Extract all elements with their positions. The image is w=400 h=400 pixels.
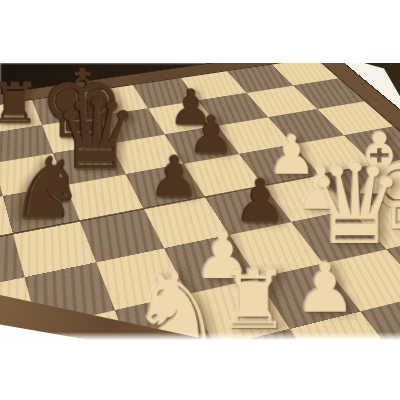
maple-pawn-e2: ♟ <box>295 257 357 320</box>
walnut-pawn-d5: ♟ <box>149 151 200 203</box>
photo-bottom-fade <box>0 332 400 341</box>
maple-rook-d2: ♜ <box>217 264 289 338</box>
chess-set-photo: ♜♚♟♛♟♝♞♟♟♟♟♝♟♛♚♞♜♟ <box>0 0 400 400</box>
chessboard: ♜♚♟♛♟♝♞♟♟♟♟♝♟♛♚♞♜♟ <box>0 63 400 341</box>
square-a5: ♝ <box>0 196 13 247</box>
walnut-rook-b8: ♜ <box>0 78 39 129</box>
photo-area: ♜♚♟♛♟♝♞♟♟♟♟♝♟♛♚♞♜♟ <box>0 63 400 341</box>
square-b8: ♜ <box>0 100 42 134</box>
maple-queen-f3: ♛ <box>305 154 400 256</box>
perspective-scene: ♜♚♟♛♟♝♞♟♟♟♟♝♟♛♚♞♜♟ <box>0 63 400 341</box>
walnut-knight-b5: ♞ <box>9 150 85 228</box>
board-grid: ♜♚♟♛♟♝♞♟♟♟♟♝♟♛♚♞♜♟ <box>0 63 400 341</box>
walnut-bishop-a5: ♝ <box>0 157 19 240</box>
